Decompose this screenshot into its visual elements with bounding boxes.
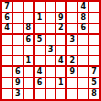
cell-r9c6[interactable] bbox=[56, 89, 66, 99]
cell-r4c9[interactable] bbox=[89, 35, 99, 45]
cell-r1c9[interactable] bbox=[89, 2, 99, 12]
cell-r7c9[interactable]: 7 bbox=[89, 67, 99, 77]
cell-r7c3[interactable] bbox=[24, 67, 34, 77]
cell-r5c6[interactable] bbox=[56, 46, 66, 56]
cell-r6c6[interactable]: 4 bbox=[56, 56, 66, 66]
cell-r5c5[interactable]: 3 bbox=[46, 46, 56, 56]
cell-r4c2[interactable] bbox=[13, 35, 23, 45]
cell-r3c3[interactable]: 8 bbox=[24, 24, 34, 34]
cell-r9c2[interactable]: 3 bbox=[13, 89, 23, 99]
cell-r6c4[interactable] bbox=[35, 56, 45, 66]
cell-r3c9[interactable] bbox=[89, 24, 99, 34]
cell-r1c7[interactable] bbox=[67, 2, 77, 12]
cell-r1c8[interactable]: 4 bbox=[78, 2, 88, 12]
cell-r6c8[interactable] bbox=[78, 56, 88, 66]
cell-r5c8[interactable] bbox=[78, 46, 88, 56]
cell-r7c4[interactable]: 4 bbox=[35, 67, 45, 77]
cell-r7c8[interactable] bbox=[78, 67, 88, 77]
cell-r5c9[interactable] bbox=[89, 46, 99, 56]
cell-r6c7[interactable]: 2 bbox=[67, 56, 77, 66]
cell-r8c8[interactable] bbox=[78, 78, 88, 88]
cell-r7c1[interactable] bbox=[2, 67, 12, 77]
cell-r5c7[interactable] bbox=[67, 46, 77, 56]
cell-r1c5[interactable] bbox=[46, 2, 56, 12]
cell-r1c6[interactable] bbox=[56, 2, 66, 12]
cell-r8c4[interactable]: 6 bbox=[35, 78, 45, 88]
cell-r4c7[interactable]: 3 bbox=[67, 35, 77, 45]
cell-r7c2[interactable]: 6 bbox=[13, 67, 23, 77]
cell-r2c4[interactable]: 1 bbox=[35, 13, 45, 23]
cell-r3c6[interactable]: 2 bbox=[56, 24, 66, 34]
cell-r2c3[interactable] bbox=[24, 13, 34, 23]
cell-r5c4[interactable] bbox=[35, 46, 45, 56]
cell-r9c8[interactable] bbox=[78, 89, 88, 99]
cell-r6c9[interactable] bbox=[89, 56, 99, 66]
cell-r1c4[interactable] bbox=[35, 2, 45, 12]
cell-r5c1[interactable] bbox=[2, 46, 12, 56]
cell-r6c3[interactable]: 1 bbox=[24, 56, 34, 66]
sudoku-board: 746198482665331426497961538 bbox=[0, 0, 101, 101]
cell-r3c2[interactable] bbox=[13, 24, 23, 34]
cell-r2c6[interactable]: 9 bbox=[56, 13, 66, 23]
cell-r9c3[interactable] bbox=[24, 89, 34, 99]
cell-r3c1[interactable]: 4 bbox=[2, 24, 12, 34]
cell-r4c5[interactable] bbox=[46, 35, 56, 45]
cell-r3c4[interactable] bbox=[35, 24, 45, 34]
cell-r2c5[interactable] bbox=[46, 13, 56, 23]
cell-r4c8[interactable] bbox=[78, 35, 88, 45]
cell-r2c9[interactable] bbox=[89, 13, 99, 23]
cell-r2c2[interactable] bbox=[13, 13, 23, 23]
cell-r5c3[interactable] bbox=[24, 46, 34, 56]
cell-r8c1[interactable] bbox=[2, 78, 12, 88]
cell-r5c2[interactable] bbox=[13, 46, 23, 56]
cell-r8c2[interactable]: 9 bbox=[13, 78, 23, 88]
cell-r8c6[interactable]: 1 bbox=[56, 78, 66, 88]
cell-r8c5[interactable] bbox=[46, 78, 56, 88]
cell-r6c5[interactable] bbox=[46, 56, 56, 66]
cell-r1c1[interactable]: 7 bbox=[2, 2, 12, 12]
cell-r9c9[interactable]: 8 bbox=[89, 89, 99, 99]
cell-r6c2[interactable] bbox=[13, 56, 23, 66]
cell-r4c3[interactable]: 6 bbox=[24, 35, 34, 45]
cell-r3c7[interactable] bbox=[67, 24, 77, 34]
cell-r1c2[interactable] bbox=[13, 2, 23, 12]
cell-r3c8[interactable]: 6 bbox=[78, 24, 88, 34]
cell-r8c3[interactable] bbox=[24, 78, 34, 88]
cell-r9c1[interactable] bbox=[2, 89, 12, 99]
cell-r4c1[interactable] bbox=[2, 35, 12, 45]
cell-r9c4[interactable] bbox=[35, 89, 45, 99]
cell-r8c9[interactable]: 5 bbox=[89, 78, 99, 88]
cell-r2c7[interactable] bbox=[67, 13, 77, 23]
cell-r3c5[interactable] bbox=[46, 24, 56, 34]
cell-r8c7[interactable] bbox=[67, 78, 77, 88]
cell-r7c7[interactable]: 9 bbox=[67, 67, 77, 77]
cell-r7c5[interactable] bbox=[46, 67, 56, 77]
cell-r7c6[interactable] bbox=[56, 67, 66, 77]
cell-r9c5[interactable] bbox=[46, 89, 56, 99]
cell-r2c8[interactable]: 8 bbox=[78, 13, 88, 23]
cell-r2c1[interactable]: 6 bbox=[2, 13, 12, 23]
cell-r1c3[interactable] bbox=[24, 2, 34, 12]
cell-r4c6[interactable] bbox=[56, 35, 66, 45]
cell-r9c7[interactable] bbox=[67, 89, 77, 99]
cell-r6c1[interactable] bbox=[2, 56, 12, 66]
cell-r4c4[interactable]: 5 bbox=[35, 35, 45, 45]
